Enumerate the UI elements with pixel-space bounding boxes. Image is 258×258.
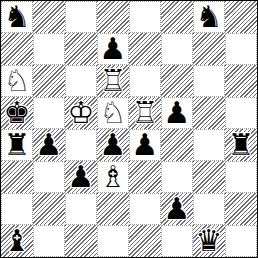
square-a2[interactable] [1, 193, 33, 225]
square-f7[interactable] [161, 33, 193, 65]
square-h6[interactable] [225, 65, 257, 97]
black-pawn[interactable]: ♟ [161, 193, 193, 225]
square-e3[interactable] [129, 161, 161, 193]
white-rook[interactable]: ♖ [97, 65, 129, 97]
square-f5[interactable]: ♟♟ [161, 97, 193, 129]
square-b6[interactable] [33, 65, 65, 97]
black-pawn[interactable]: ♟ [33, 129, 65, 161]
square-a7[interactable] [1, 33, 33, 65]
square-a5[interactable]: ♚♚ [1, 97, 33, 129]
square-c2[interactable] [65, 193, 97, 225]
square-a1[interactable]: ♝♝ [1, 225, 33, 257]
square-f2[interactable]: ♟♟ [161, 193, 193, 225]
white-rook[interactable]: ♖ [129, 97, 161, 129]
black-queen[interactable]: ♛ [193, 225, 225, 257]
square-h4[interactable]: ♜♜ [225, 129, 257, 161]
black-rook[interactable]: ♜ [225, 129, 257, 161]
square-d4[interactable]: ♟♟ [97, 129, 129, 161]
square-d6[interactable]: ♜♖ [97, 65, 129, 97]
square-d8[interactable] [97, 1, 129, 33]
square-e2[interactable] [129, 193, 161, 225]
square-b7[interactable] [33, 33, 65, 65]
square-g5[interactable] [193, 97, 225, 129]
square-e6[interactable] [129, 65, 161, 97]
black-knight[interactable]: ♞ [1, 1, 33, 33]
square-h7[interactable] [225, 33, 257, 65]
square-a8[interactable]: ♞♞ [1, 1, 33, 33]
white-bishop[interactable]: ♗ [97, 161, 129, 193]
square-h8[interactable] [225, 1, 257, 33]
square-g8[interactable]: ♞♞ [193, 1, 225, 33]
square-g1[interactable]: ♛♛ [193, 225, 225, 257]
square-f8[interactable] [161, 1, 193, 33]
square-d1[interactable] [97, 225, 129, 257]
black-rook[interactable]: ♜ [1, 129, 33, 161]
square-e7[interactable] [129, 33, 161, 65]
black-bishop[interactable]: ♝ [1, 225, 33, 257]
square-g2[interactable] [193, 193, 225, 225]
square-f3[interactable] [161, 161, 193, 193]
white-king[interactable]: ♔ [65, 97, 97, 129]
square-c5[interactable]: ♚♔ [65, 97, 97, 129]
square-b3[interactable] [33, 161, 65, 193]
square-g3[interactable] [193, 161, 225, 193]
square-h3[interactable] [225, 161, 257, 193]
square-c8[interactable] [65, 1, 97, 33]
square-a4[interactable]: ♜♜ [1, 129, 33, 161]
square-d2[interactable] [97, 193, 129, 225]
square-g6[interactable] [193, 65, 225, 97]
square-a6[interactable]: ♞♘ [1, 65, 33, 97]
square-e8[interactable] [129, 1, 161, 33]
square-d3[interactable]: ♝♗ [97, 161, 129, 193]
square-b4[interactable]: ♟♟ [33, 129, 65, 161]
square-h5[interactable] [225, 97, 257, 129]
square-g7[interactable] [193, 33, 225, 65]
chess-board: ♞♞♞♞♟♟♞♘♜♖♚♚♚♔♞♘♜♖♟♟♜♜♟♟♟♟♟♟♜♜♟♟♝♗♟♟♝♝♛♛ [0, 0, 258, 258]
square-h1[interactable] [225, 225, 257, 257]
black-pawn[interactable]: ♟ [97, 129, 129, 161]
square-c6[interactable] [65, 65, 97, 97]
square-e5[interactable]: ♜♖ [129, 97, 161, 129]
square-c4[interactable] [65, 129, 97, 161]
square-e4[interactable]: ♟♟ [129, 129, 161, 161]
square-c1[interactable] [65, 225, 97, 257]
black-pawn[interactable]: ♟ [65, 161, 97, 193]
black-knight[interactable]: ♞ [193, 1, 225, 33]
square-h2[interactable] [225, 193, 257, 225]
square-a3[interactable] [1, 161, 33, 193]
black-pawn[interactable]: ♟ [129, 129, 161, 161]
square-b1[interactable] [33, 225, 65, 257]
square-c3[interactable]: ♟♟ [65, 161, 97, 193]
white-knight[interactable]: ♘ [97, 97, 129, 129]
chess-diagram: ♞♞♞♞♟♟♞♘♜♖♚♚♚♔♞♘♜♖♟♟♜♜♟♟♟♟♟♟♜♜♟♟♝♗♟♟♝♝♛♛ [0, 0, 258, 258]
square-f6[interactable] [161, 65, 193, 97]
square-c7[interactable] [65, 33, 97, 65]
square-g4[interactable] [193, 129, 225, 161]
white-knight[interactable]: ♘ [1, 65, 33, 97]
black-pawn[interactable]: ♟ [97, 33, 129, 65]
square-d7[interactable]: ♟♟ [97, 33, 129, 65]
black-king[interactable]: ♚ [1, 97, 33, 129]
square-f4[interactable] [161, 129, 193, 161]
square-f1[interactable] [161, 225, 193, 257]
black-pawn[interactable]: ♟ [161, 97, 193, 129]
square-b8[interactable] [33, 1, 65, 33]
square-b5[interactable] [33, 97, 65, 129]
square-b2[interactable] [33, 193, 65, 225]
square-d5[interactable]: ♞♘ [97, 97, 129, 129]
square-e1[interactable] [129, 225, 161, 257]
